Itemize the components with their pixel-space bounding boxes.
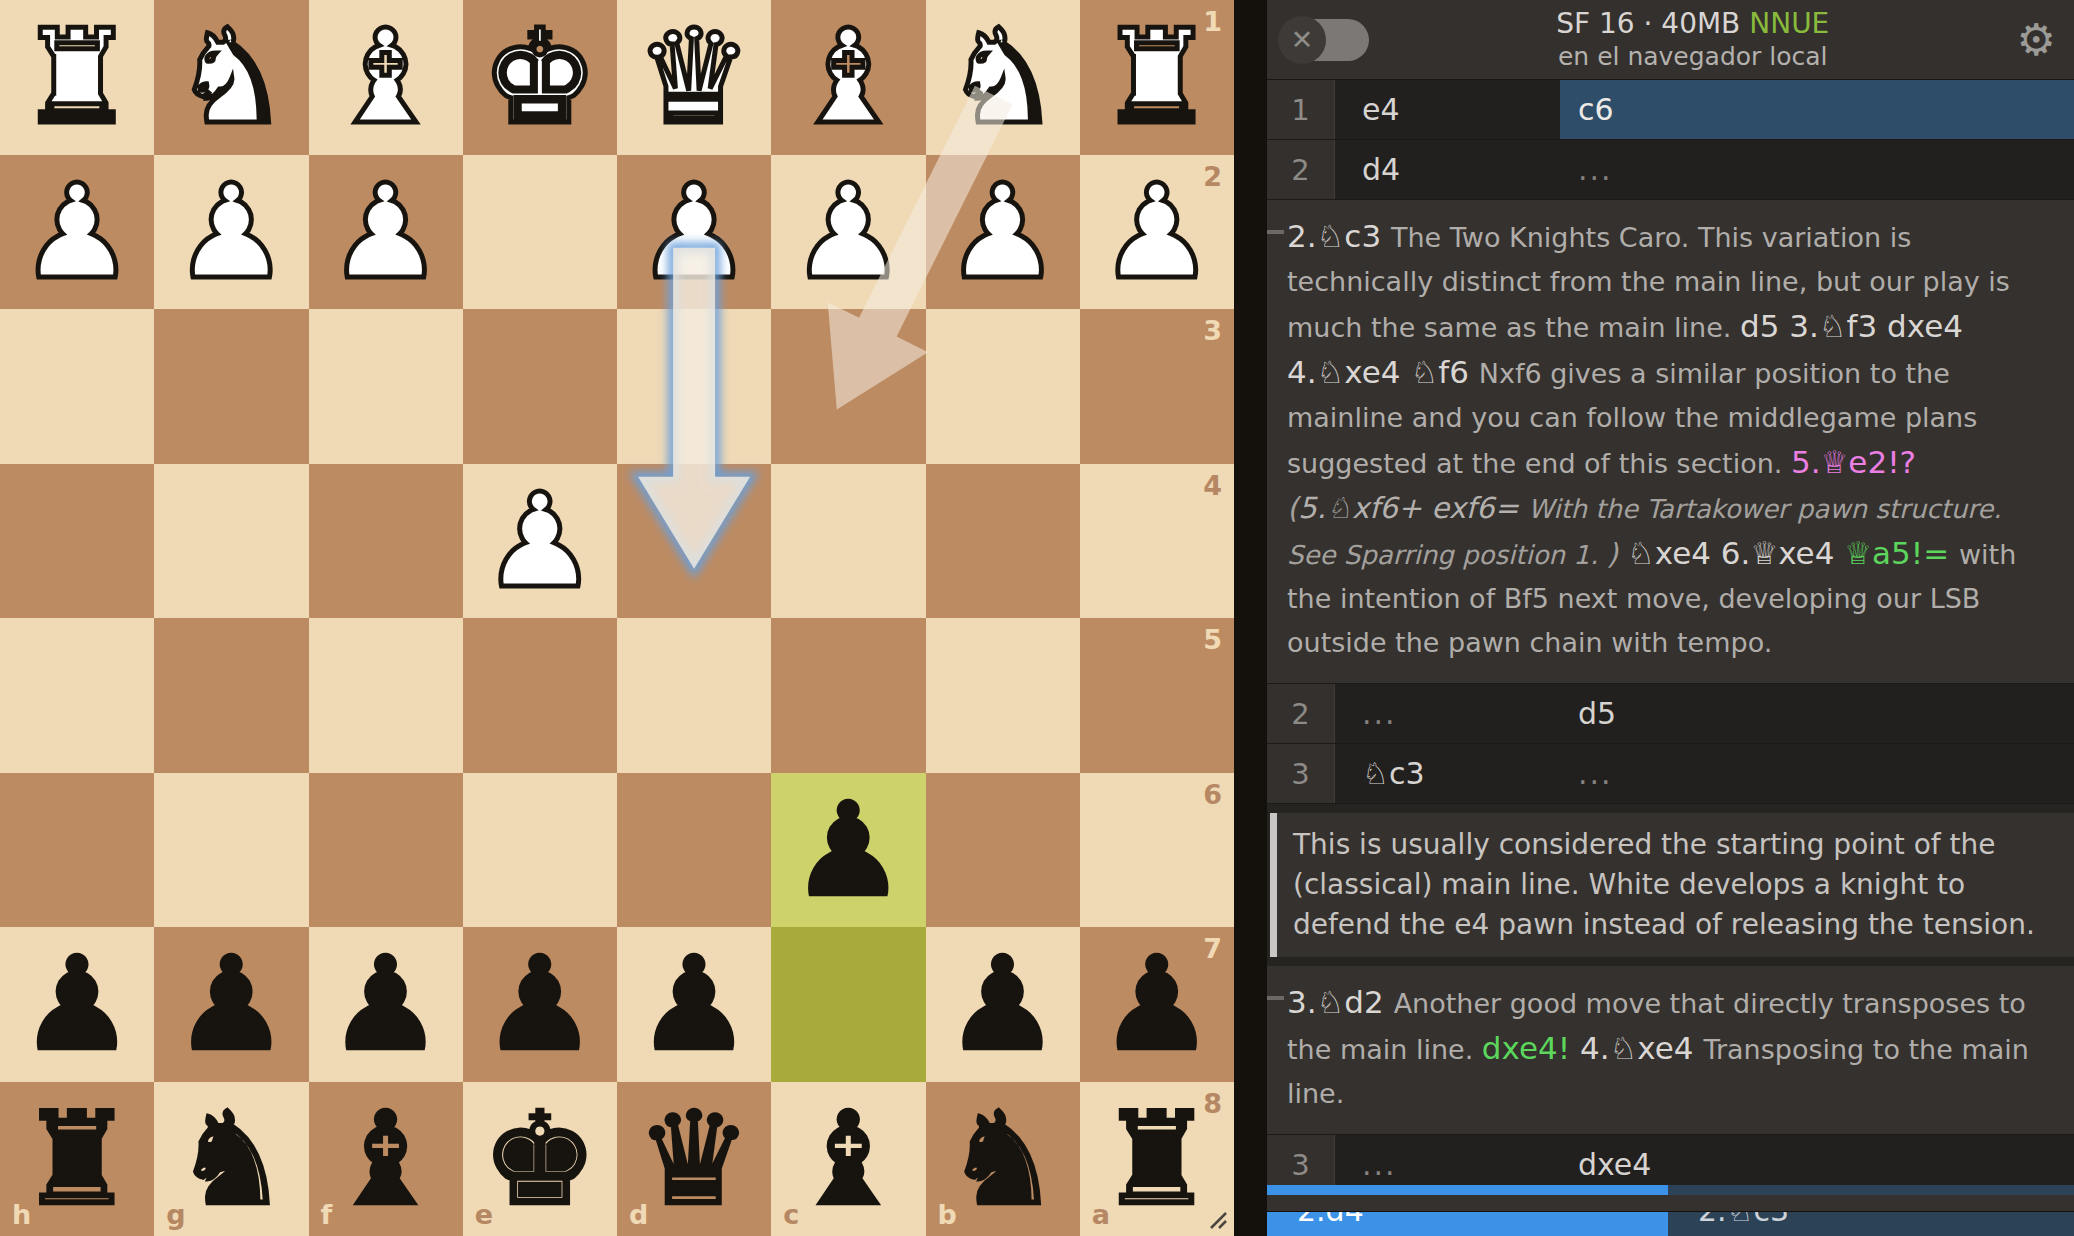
- engine-toggle[interactable]: ✕: [1281, 19, 1369, 61]
- engine-name: SF 16 · 40MB: [1556, 7, 1740, 40]
- square-e4[interactable]: ♟: [463, 464, 617, 619]
- square-d3[interactable]: [617, 309, 771, 464]
- white-knight-g1: ♞: [173, 12, 290, 142]
- square-c2[interactable]: ♟: [771, 155, 925, 310]
- comment-text: ): [1606, 537, 1627, 571]
- move-row-1: 1e4c6: [1267, 80, 2074, 140]
- move-white-3[interactable]: ♘c3: [1335, 744, 1560, 803]
- black-bishop-c8: ♝: [790, 1094, 907, 1224]
- square-c4[interactable]: [771, 464, 925, 619]
- square-h6[interactable]: [0, 773, 154, 928]
- black-pawn-h7: ♟: [19, 939, 136, 1069]
- square-g1[interactable]: ♞: [154, 0, 308, 155]
- white-rook-a1: ♜: [1099, 12, 1216, 142]
- white-bishop-f1: ♝: [327, 12, 444, 142]
- inline-move[interactable]: 6.♕xe4: [1721, 535, 1844, 571]
- square-g8[interactable]: ♞: [154, 1082, 308, 1236]
- square-f6[interactable]: [309, 773, 463, 928]
- square-b2[interactable]: ♟: [926, 155, 1080, 310]
- engine-header: ✕ SF 16 · 40MB NNUE en el navegador loca…: [1267, 0, 2074, 80]
- inline-move[interactable]: 4.♘xe4: [1580, 1030, 1703, 1066]
- inline-move[interactable]: ♘f6: [1410, 354, 1478, 390]
- move-white-2[interactable]: d4: [1335, 140, 1560, 199]
- square-b3[interactable]: [926, 309, 1080, 464]
- white-king-e1: ♚: [482, 12, 599, 142]
- square-b4[interactable]: [926, 464, 1080, 619]
- black-pawn-g7: ♟: [173, 939, 290, 1069]
- square-b8[interactable]: ♞: [926, 1082, 1080, 1236]
- square-g3[interactable]: [154, 309, 308, 464]
- black-pawn-d7: ♟: [636, 939, 753, 1069]
- square-c5[interactable]: [771, 618, 925, 773]
- move-black-2[interactable]: d5: [1560, 684, 2074, 743]
- white-pawn-g2: ♟: [173, 167, 290, 297]
- square-d4[interactable]: [617, 464, 771, 619]
- black-pawn-f7: ♟: [327, 939, 444, 1069]
- inline-move[interactable]: dxe4: [1887, 308, 1963, 344]
- black-knight-g8: ♞: [173, 1094, 290, 1224]
- inline-move[interactable]: 5.♕e2!?: [1791, 444, 1916, 480]
- move-number: 2: [1267, 684, 1335, 743]
- inline-move[interactable]: 4.♘xe4: [1287, 354, 1410, 390]
- square-c7[interactable]: [771, 927, 925, 1082]
- square-h2[interactable]: ♟: [0, 155, 154, 310]
- square-h7[interactable]: ♟: [0, 927, 154, 1082]
- move-comment-box[interactable]: We take the chance to break White's cent…: [1267, 1195, 2074, 1212]
- inline-move[interactable]: dxe4!: [1482, 1030, 1580, 1066]
- square-e5[interactable]: [463, 618, 617, 773]
- black-pawn-a7: ♟: [1099, 939, 1216, 1069]
- square-d7[interactable]: ♟: [617, 927, 771, 1082]
- square-c8[interactable]: ♝: [771, 1082, 925, 1236]
- inline-move[interactable]: exf6=: [1431, 491, 1528, 525]
- white-pawn-c2: ♟: [790, 167, 907, 297]
- close-glyph: ✕: [1291, 24, 1314, 55]
- variation-comment: 3.♘d2 Another good move that directly tr…: [1267, 966, 2074, 1135]
- square-e8[interactable]: ♚: [463, 1082, 617, 1236]
- square-b6[interactable]: [926, 773, 1080, 928]
- square-d2[interactable]: ♟: [617, 155, 771, 310]
- black-rook-a8: ♜: [1099, 1094, 1216, 1224]
- black-king-e8: ♚: [482, 1094, 599, 1224]
- move-black-3[interactable]: ...: [1560, 744, 2074, 803]
- black-rook-h8: ♜: [19, 1094, 136, 1224]
- nnue-badge: NNUE: [1749, 7, 1829, 40]
- variation-dash: [1267, 230, 1284, 234]
- square-h8[interactable]: ♜: [0, 1082, 154, 1236]
- square-e3[interactable]: [463, 309, 617, 464]
- move-white-2[interactable]: ...: [1335, 684, 1560, 743]
- variation-dash: [1267, 996, 1284, 1000]
- analysis-panel: ✕ SF 16 · 40MB NNUE en el navegador loca…: [1267, 0, 2074, 1236]
- square-f3[interactable]: [309, 309, 463, 464]
- square-f1[interactable]: ♝: [309, 0, 463, 155]
- inline-move[interactable]: ♘xe4: [1627, 535, 1721, 571]
- square-a1[interactable]: ♜: [1080, 0, 1234, 155]
- square-d1[interactable]: ♛: [617, 0, 771, 155]
- black-pawn-e7: ♟: [482, 939, 599, 1069]
- inline-move[interactable]: 5.♘xf6+: [1298, 491, 1431, 525]
- white-pawn-f2: ♟: [327, 167, 444, 297]
- engine-titles: SF 16 · 40MB NNUE en el navegador local: [1369, 6, 2017, 72]
- inline-move[interactable]: 3.♘d2: [1287, 984, 1394, 1020]
- move-number: 3: [1267, 744, 1335, 803]
- square-d6[interactable]: [617, 773, 771, 928]
- square-f8[interactable]: ♝: [309, 1082, 463, 1236]
- move-number: 2: [1267, 140, 1335, 199]
- chess-board: ♜♞♝♚♛♝♞♜♟♟♟♟♟♟♟♟♟♟♟♟♟♟♟♟♜♞♝♚♛♝♞♜ 1234567…: [0, 0, 1234, 1236]
- square-g4[interactable]: [154, 464, 308, 619]
- square-e7[interactable]: ♟: [463, 927, 617, 1082]
- inline-move[interactable]: 2.♘c3: [1287, 218, 1391, 254]
- white-pawn-a2: ♟: [1099, 167, 1216, 297]
- inline-move[interactable]: d5: [1740, 308, 1789, 344]
- white-queen-d1: ♛: [636, 12, 753, 142]
- move-row-2: 2...d5: [1267, 684, 2074, 744]
- board-resize-handle[interactable]: [1202, 1204, 1228, 1230]
- white-bishop-c1: ♝: [790, 12, 907, 142]
- square-g6[interactable]: [154, 773, 308, 928]
- inline-move[interactable]: 3.♘f3: [1789, 308, 1887, 344]
- black-pawn-b7: ♟: [944, 939, 1061, 1069]
- move-row-2: 2d4...: [1267, 140, 2074, 200]
- move-white-1[interactable]: e4: [1335, 80, 1560, 139]
- square-h1[interactable]: ♜: [0, 0, 154, 155]
- square-g2[interactable]: ♟: [154, 155, 308, 310]
- white-rook-h1: ♜: [19, 12, 136, 142]
- square-g7[interactable]: ♟: [154, 927, 308, 1082]
- white-pawn-d2: ♟: [636, 167, 753, 297]
- move-black-2[interactable]: ...: [1560, 140, 2074, 199]
- square-f4[interactable]: [309, 464, 463, 619]
- square-e2[interactable]: [463, 155, 617, 310]
- square-e6[interactable]: [463, 773, 617, 928]
- square-a7[interactable]: ♟: [1080, 927, 1234, 1082]
- black-bishop-f8: ♝: [327, 1094, 444, 1224]
- white-knight-b1: ♞: [944, 12, 1061, 142]
- square-f5[interactable]: [309, 618, 463, 773]
- close-icon[interactable]: ✕: [1278, 16, 1326, 64]
- square-b7[interactable]: ♟: [926, 927, 1080, 1082]
- inline-move[interactable]: ♕a5!=: [1844, 535, 1959, 571]
- main-line-comment: This is usually considered the starting …: [1270, 813, 2074, 957]
- comment-text: (: [1287, 491, 1298, 525]
- comment-paragraph-1: We take the chance to break White's cent…: [1287, 1211, 2044, 1212]
- square-d5[interactable]: [617, 618, 771, 773]
- black-knight-b8: ♞: [944, 1094, 1061, 1224]
- gear-icon[interactable]: ⚙: [2017, 18, 2056, 62]
- square-d8[interactable]: ♛: [617, 1082, 771, 1236]
- square-c1[interactable]: ♝: [771, 0, 925, 155]
- square-b1[interactable]: ♞: [926, 0, 1080, 155]
- variation-comment: 2.♘c3 The Two Knights Caro. This variati…: [1267, 200, 2074, 684]
- square-a6[interactable]: [1080, 773, 1234, 928]
- notation-sections: 1e4c62d4...2.♘c3 The Two Knights Caro. T…: [1267, 80, 2074, 1185]
- engine-subtitle: en el navegador local: [1369, 41, 2017, 72]
- board-squares: ♜♞♝♚♛♝♞♜♟♟♟♟♟♟♟♟♟♟♟♟♟♟♟♟♜♞♝♚♛♝♞♜: [0, 0, 1234, 1236]
- black-pawn-c6: ♟: [790, 785, 907, 915]
- square-a4[interactable]: [1080, 464, 1234, 619]
- square-f2[interactable]: ♟: [309, 155, 463, 310]
- square-a3[interactable]: [1080, 309, 1234, 464]
- square-c3[interactable]: [771, 309, 925, 464]
- black-queen-d8: ♛: [636, 1094, 753, 1224]
- square-g5[interactable]: [154, 618, 308, 773]
- square-h5[interactable]: [0, 618, 154, 773]
- white-pawn-h2: ♟: [19, 167, 136, 297]
- white-pawn-e4: ♟: [482, 476, 599, 606]
- white-pawn-b2: ♟: [944, 167, 1061, 297]
- square-f7[interactable]: ♟: [309, 927, 463, 1082]
- move-number: 1: [1267, 80, 1335, 139]
- square-c6[interactable]: ♟: [771, 773, 925, 928]
- square-b5[interactable]: [926, 618, 1080, 773]
- square-a5[interactable]: [1080, 618, 1234, 773]
- square-h4[interactable]: [0, 464, 154, 619]
- move-black-1[interactable]: c6: [1560, 80, 2074, 139]
- square-e1[interactable]: ♚: [463, 0, 617, 155]
- square-a2[interactable]: ♟: [1080, 155, 1234, 310]
- square-h3[interactable]: [0, 309, 154, 464]
- move-row-3: 3♘c3...: [1267, 744, 2074, 804]
